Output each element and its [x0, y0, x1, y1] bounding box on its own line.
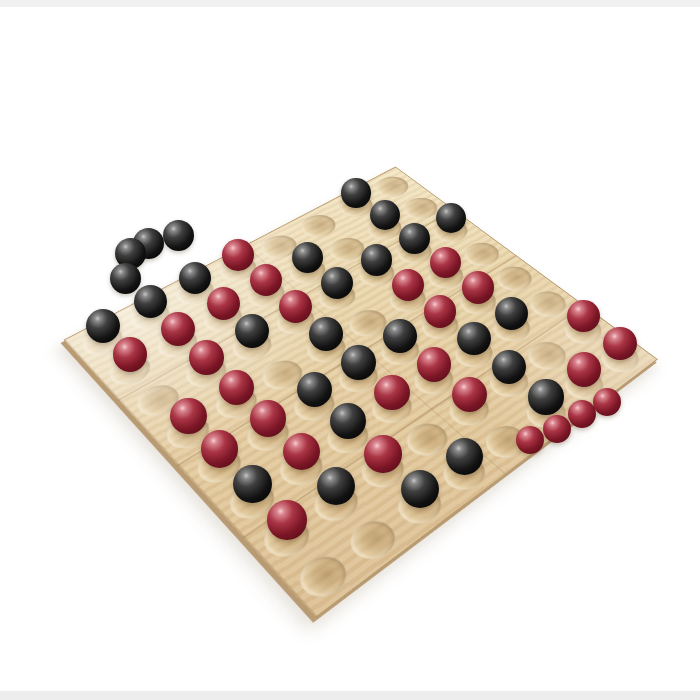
marble-red[interactable]: [364, 435, 401, 472]
board-divot[interactable]: [294, 211, 342, 242]
marble-black[interactable]: [330, 403, 366, 439]
board-divot[interactable]: [342, 514, 404, 567]
marble-black[interactable]: [446, 438, 483, 475]
marble-black[interactable]: [86, 309, 120, 343]
marble-red[interactable]: [219, 370, 254, 405]
marble-black[interactable]: [179, 262, 211, 294]
marble-black[interactable]: [341, 178, 371, 208]
captured-marble-red[interactable]: [543, 415, 571, 443]
board-divot[interactable]: [369, 173, 415, 202]
marble-red[interactable]: [567, 352, 601, 386]
captured-marble-black[interactable]: [110, 263, 141, 294]
marble-red[interactable]: [392, 269, 424, 301]
board-divot[interactable]: [523, 286, 573, 322]
marble-black[interactable]: [495, 297, 528, 330]
marble-black[interactable]: [321, 267, 353, 299]
photo-frame-bar-bottom: [0, 691, 700, 700]
marble-red[interactable]: [374, 375, 409, 410]
marble-black[interactable]: [341, 345, 376, 380]
marble-black[interactable]: [309, 317, 343, 351]
photo-frame-bar-top: [0, 0, 700, 7]
marble-red[interactable]: [462, 271, 494, 303]
marble-red[interactable]: [424, 295, 457, 328]
marble-red[interactable]: [283, 433, 320, 470]
marble-red[interactable]: [603, 327, 636, 360]
marble-black[interactable]: [233, 465, 271, 503]
marble-red[interactable]: [201, 430, 238, 467]
marble-black[interactable]: [134, 285, 167, 318]
board-divot[interactable]: [489, 262, 538, 296]
marble-red[interactable]: [161, 312, 195, 346]
marble-red[interactable]: [267, 500, 306, 539]
product-photo-stage: [0, 0, 700, 700]
marble-black[interactable]: [361, 244, 393, 276]
marble-red[interactable]: [567, 300, 600, 333]
board-divot[interactable]: [291, 549, 355, 605]
marble-black[interactable]: [399, 223, 430, 254]
marble-black[interactable]: [235, 314, 269, 348]
captured-marble-red[interactable]: [516, 426, 544, 454]
marble-red[interactable]: [452, 377, 487, 412]
board-divot[interactable]: [457, 238, 505, 271]
marble-red[interactable]: [207, 287, 240, 320]
board-divot[interactable]: [521, 337, 574, 376]
marble-red[interactable]: [279, 290, 312, 323]
captured-marble-red[interactable]: [593, 388, 621, 416]
marble-red[interactable]: [170, 398, 206, 434]
marble-black[interactable]: [528, 379, 563, 414]
marble-black[interactable]: [383, 319, 417, 353]
captured-marble-red[interactable]: [568, 400, 596, 428]
marble-black[interactable]: [401, 470, 439, 508]
captured-marble-black[interactable]: [163, 220, 194, 251]
marble-black[interactable]: [436, 203, 466, 233]
marble-black[interactable]: [370, 200, 400, 230]
marble-red[interactable]: [222, 239, 254, 271]
marble-black[interactable]: [457, 322, 491, 356]
marble-red[interactable]: [189, 340, 224, 375]
marble-red[interactable]: [417, 347, 451, 381]
marble-red[interactable]: [250, 400, 286, 436]
